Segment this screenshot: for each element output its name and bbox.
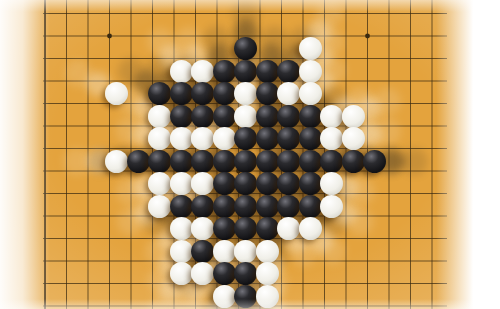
black-stone[interactable] [234, 37, 257, 60]
black-stone[interactable] [234, 195, 257, 218]
white-stone[interactable] [191, 217, 214, 240]
black-stone[interactable] [277, 150, 300, 173]
black-stone[interactable] [213, 195, 236, 218]
black-stone[interactable] [363, 150, 386, 173]
white-stone[interactable] [320, 105, 343, 128]
black-stone[interactable] [213, 172, 236, 195]
white-stone[interactable] [256, 262, 279, 285]
black-stone[interactable] [213, 150, 236, 173]
white-stone[interactable] [299, 217, 322, 240]
black-stone[interactable] [213, 105, 236, 128]
white-stone[interactable] [342, 105, 365, 128]
black-stone[interactable] [256, 217, 279, 240]
white-stone[interactable] [234, 82, 257, 105]
white-stone[interactable] [320, 127, 343, 150]
black-stone[interactable] [277, 105, 300, 128]
white-stone[interactable] [320, 195, 343, 218]
black-stone[interactable] [256, 172, 279, 195]
white-stone[interactable] [234, 105, 257, 128]
black-stone[interactable] [277, 127, 300, 150]
black-stone[interactable] [256, 195, 279, 218]
black-stone[interactable] [256, 60, 279, 83]
stone-layer [0, 0, 500, 309]
black-stone[interactable] [256, 150, 279, 173]
black-stone[interactable] [277, 172, 300, 195]
black-stone[interactable] [213, 82, 236, 105]
black-stone[interactable] [256, 105, 279, 128]
black-stone[interactable] [277, 60, 300, 83]
black-stone[interactable] [234, 60, 257, 83]
white-stone[interactable] [277, 82, 300, 105]
black-stone[interactable] [170, 150, 193, 173]
white-stone[interactable] [299, 37, 322, 60]
black-stone[interactable] [170, 82, 193, 105]
black-stone[interactable] [256, 82, 279, 105]
white-stone[interactable] [170, 240, 193, 263]
white-stone[interactable] [320, 172, 343, 195]
white-stone[interactable] [234, 240, 257, 263]
white-stone[interactable] [256, 240, 279, 263]
black-stone[interactable] [299, 105, 322, 128]
black-stone[interactable] [127, 150, 150, 173]
black-stone[interactable] [234, 127, 257, 150]
white-stone[interactable] [170, 60, 193, 83]
black-stone[interactable] [170, 105, 193, 128]
black-stone[interactable] [234, 150, 257, 173]
black-stone[interactable] [299, 127, 322, 150]
white-stone[interactable] [213, 285, 236, 308]
black-stone[interactable] [299, 172, 322, 195]
white-stone[interactable] [170, 127, 193, 150]
black-stone[interactable] [213, 60, 236, 83]
white-stone[interactable] [191, 127, 214, 150]
black-stone[interactable] [299, 150, 322, 173]
black-stone[interactable] [148, 150, 171, 173]
black-stone[interactable] [191, 150, 214, 173]
black-stone[interactable] [342, 150, 365, 173]
white-stone[interactable] [256, 285, 279, 308]
white-stone[interactable] [170, 217, 193, 240]
white-stone[interactable] [170, 262, 193, 285]
white-stone[interactable] [105, 150, 128, 173]
white-stone[interactable] [277, 217, 300, 240]
white-stone[interactable] [148, 172, 171, 195]
black-stone[interactable] [320, 150, 343, 173]
white-stone[interactable] [342, 127, 365, 150]
black-stone[interactable] [191, 195, 214, 218]
black-stone[interactable] [299, 195, 322, 218]
go-board-photo [0, 0, 500, 309]
black-stone[interactable] [170, 195, 193, 218]
white-stone[interactable] [170, 172, 193, 195]
white-stone[interactable] [148, 105, 171, 128]
black-stone[interactable] [234, 172, 257, 195]
black-stone[interactable] [213, 217, 236, 240]
black-stone[interactable] [256, 127, 279, 150]
white-stone[interactable] [213, 127, 236, 150]
black-stone[interactable] [191, 82, 214, 105]
black-stone[interactable] [148, 82, 171, 105]
white-stone[interactable] [299, 82, 322, 105]
white-stone[interactable] [191, 262, 214, 285]
white-stone[interactable] [191, 172, 214, 195]
black-stone[interactable] [234, 262, 257, 285]
white-stone[interactable] [299, 60, 322, 83]
white-stone[interactable] [148, 195, 171, 218]
black-stone[interactable] [234, 285, 257, 308]
black-stone[interactable] [234, 217, 257, 240]
white-stone[interactable] [148, 127, 171, 150]
black-stone[interactable] [191, 105, 214, 128]
black-stone[interactable] [213, 262, 236, 285]
white-stone[interactable] [191, 60, 214, 83]
black-stone[interactable] [191, 240, 214, 263]
white-stone[interactable] [213, 240, 236, 263]
white-stone[interactable] [105, 82, 128, 105]
black-stone[interactable] [277, 195, 300, 218]
